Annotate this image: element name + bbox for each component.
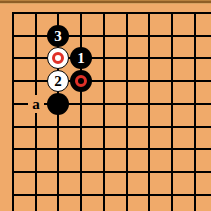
grid-line-horizontal [12, 126, 211, 128]
grid-line-horizontal [12, 148, 211, 150]
board-edge-left [0, 0, 4, 211]
grid-line-horizontal [12, 80, 211, 82]
stone-move-number: 2 [54, 73, 62, 88]
grid-line-vertical [126, 12, 128, 211]
black-stone: 3 [47, 25, 69, 47]
point-label-a: a [28, 95, 44, 113]
black-stone: 1 [70, 47, 92, 69]
circle-marker-icon [52, 52, 64, 64]
white-stone [47, 47, 69, 69]
stone-move-number: 3 [54, 28, 62, 43]
grid-line-vertical [80, 12, 82, 211]
grid-line-vertical [194, 12, 196, 211]
grid-line-vertical [103, 12, 105, 211]
black-stone [70, 70, 92, 92]
black-stone [47, 93, 69, 115]
grid-line-vertical [12, 12, 14, 211]
white-stone: 2 [47, 70, 69, 92]
grid-line-horizontal [12, 57, 211, 59]
grid-line-horizontal [12, 171, 211, 173]
circle-marker-icon [75, 75, 87, 87]
grid-line-vertical [171, 12, 173, 211]
go-board: a312 [0, 0, 211, 211]
grid-line-horizontal [12, 12, 211, 14]
grid-line-vertical [148, 12, 150, 211]
grid-line-horizontal [12, 35, 211, 37]
stone-move-number: 1 [77, 50, 85, 65]
board-edge-top [0, 0, 211, 4]
grid-line-horizontal [12, 194, 211, 196]
